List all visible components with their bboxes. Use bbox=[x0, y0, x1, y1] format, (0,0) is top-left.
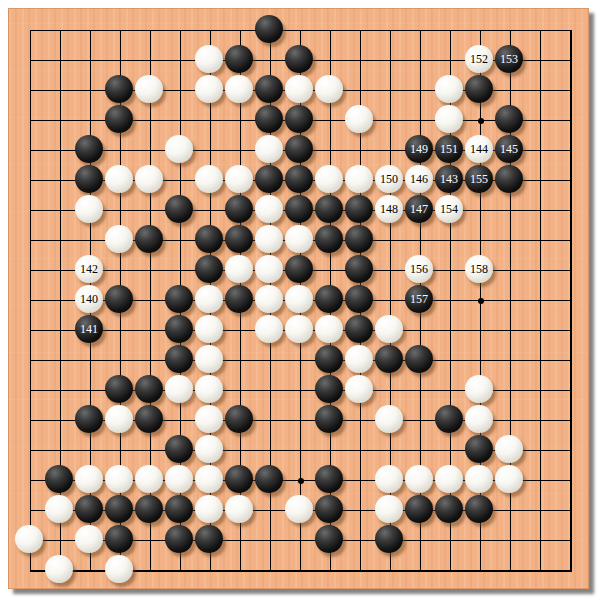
white-stone bbox=[195, 285, 223, 313]
white-stone bbox=[285, 75, 313, 103]
black-stone bbox=[255, 15, 283, 43]
numbered-black-stone: 151 bbox=[435, 135, 463, 163]
black-stone bbox=[225, 45, 253, 73]
black-stone bbox=[345, 225, 373, 253]
move-number: 142 bbox=[80, 262, 98, 276]
white-stone bbox=[285, 225, 313, 253]
black-stone bbox=[45, 465, 73, 493]
black-stone bbox=[195, 255, 223, 283]
black-stone bbox=[375, 525, 403, 553]
white-stone bbox=[195, 405, 223, 433]
black-stone bbox=[465, 75, 493, 103]
white-stone bbox=[255, 285, 283, 313]
white-stone bbox=[75, 195, 103, 223]
black-stone bbox=[345, 285, 373, 313]
black-stone bbox=[345, 315, 373, 343]
move-number: 145 bbox=[500, 142, 518, 156]
white-stone bbox=[225, 165, 253, 193]
black-stone bbox=[315, 345, 343, 373]
black-stone bbox=[285, 255, 313, 283]
numbered-white-stone: 156 bbox=[405, 255, 433, 283]
black-stone bbox=[405, 495, 433, 523]
move-number: 156 bbox=[410, 262, 428, 276]
white-stone bbox=[105, 225, 133, 253]
white-stone bbox=[105, 555, 133, 583]
black-stone bbox=[105, 75, 133, 103]
black-stone bbox=[105, 285, 133, 313]
move-number: 153 bbox=[500, 52, 518, 66]
black-stone bbox=[75, 405, 103, 433]
black-stone bbox=[165, 195, 193, 223]
black-stone bbox=[285, 195, 313, 223]
white-stone bbox=[255, 195, 283, 223]
white-stone bbox=[285, 315, 313, 343]
star-point bbox=[298, 478, 304, 484]
black-stone bbox=[315, 225, 343, 253]
numbered-white-stone: 154 bbox=[435, 195, 463, 223]
white-stone bbox=[225, 255, 253, 283]
numbered-black-stone: 157 bbox=[405, 285, 433, 313]
numbered-black-stone: 155 bbox=[465, 165, 493, 193]
white-stone bbox=[75, 465, 103, 493]
numbered-black-stone: 145 bbox=[495, 135, 523, 163]
white-stone bbox=[345, 165, 373, 193]
white-stone bbox=[195, 345, 223, 373]
white-stone bbox=[435, 75, 463, 103]
star-point bbox=[478, 118, 484, 124]
white-stone bbox=[45, 495, 73, 523]
black-stone bbox=[315, 465, 343, 493]
go-game-screenshot: 1521531491511441451501461431551481471541… bbox=[0, 0, 600, 600]
black-stone bbox=[315, 375, 343, 403]
black-stone bbox=[225, 225, 253, 253]
black-stone bbox=[135, 375, 163, 403]
black-stone bbox=[105, 375, 133, 403]
white-stone bbox=[75, 525, 103, 553]
move-number: 158 bbox=[470, 262, 488, 276]
black-stone bbox=[315, 495, 343, 523]
black-stone bbox=[255, 105, 283, 133]
numbered-white-stone: 150 bbox=[375, 165, 403, 193]
numbered-black-stone: 153 bbox=[495, 45, 523, 73]
move-number: 157 bbox=[410, 292, 428, 306]
white-stone bbox=[195, 435, 223, 463]
black-stone bbox=[165, 345, 193, 373]
white-stone bbox=[105, 405, 133, 433]
move-number: 155 bbox=[470, 172, 488, 186]
move-number: 141 bbox=[80, 322, 98, 336]
white-stone bbox=[435, 465, 463, 493]
white-stone bbox=[135, 75, 163, 103]
black-stone bbox=[315, 525, 343, 553]
white-stone bbox=[375, 315, 403, 343]
white-stone bbox=[15, 525, 43, 553]
numbered-white-stone: 142 bbox=[75, 255, 103, 283]
white-stone bbox=[105, 465, 133, 493]
black-stone bbox=[465, 435, 493, 463]
black-stone bbox=[165, 435, 193, 463]
white-stone bbox=[345, 105, 373, 133]
star-point bbox=[478, 298, 484, 304]
white-stone bbox=[165, 375, 193, 403]
black-stone bbox=[105, 525, 133, 553]
white-stone bbox=[495, 465, 523, 493]
black-stone bbox=[105, 105, 133, 133]
white-stone bbox=[465, 375, 493, 403]
move-number: 148 bbox=[380, 202, 398, 216]
black-stone bbox=[135, 495, 163, 523]
black-stone bbox=[375, 345, 403, 373]
black-stone bbox=[315, 285, 343, 313]
numbered-black-stone: 147 bbox=[405, 195, 433, 223]
black-stone bbox=[285, 45, 313, 73]
black-stone bbox=[405, 345, 433, 373]
white-stone bbox=[315, 165, 343, 193]
white-stone bbox=[315, 75, 343, 103]
white-stone bbox=[315, 315, 343, 343]
numbered-white-stone: 158 bbox=[465, 255, 493, 283]
black-stone bbox=[315, 405, 343, 433]
black-stone bbox=[195, 225, 223, 253]
black-stone bbox=[435, 405, 463, 433]
black-stone bbox=[135, 405, 163, 433]
black-stone bbox=[495, 105, 523, 133]
white-stone bbox=[195, 465, 223, 493]
black-stone bbox=[225, 285, 253, 313]
white-stone bbox=[45, 555, 73, 583]
numbered-white-stone: 152 bbox=[465, 45, 493, 73]
black-stone bbox=[435, 495, 463, 523]
black-stone bbox=[255, 465, 283, 493]
black-stone bbox=[315, 195, 343, 223]
white-stone bbox=[255, 225, 283, 253]
white-stone bbox=[465, 405, 493, 433]
white-stone bbox=[375, 495, 403, 523]
move-number: 147 bbox=[410, 202, 428, 216]
numbered-white-stone: 140 bbox=[75, 285, 103, 313]
white-stone bbox=[195, 165, 223, 193]
black-stone bbox=[285, 105, 313, 133]
white-stone bbox=[255, 255, 283, 283]
black-stone bbox=[255, 165, 283, 193]
white-stone bbox=[345, 375, 373, 403]
numbered-black-stone: 141 bbox=[75, 315, 103, 343]
white-stone bbox=[285, 495, 313, 523]
black-stone bbox=[135, 225, 163, 253]
white-stone bbox=[195, 315, 223, 343]
move-number: 140 bbox=[80, 292, 98, 306]
white-stone bbox=[135, 465, 163, 493]
black-stone bbox=[285, 135, 313, 163]
move-number: 146 bbox=[410, 172, 428, 186]
white-stone bbox=[105, 165, 133, 193]
white-stone bbox=[435, 105, 463, 133]
black-stone bbox=[345, 255, 373, 283]
black-stone bbox=[225, 195, 253, 223]
black-stone bbox=[495, 165, 523, 193]
white-stone bbox=[255, 135, 283, 163]
black-stone bbox=[255, 75, 283, 103]
black-stone bbox=[165, 285, 193, 313]
move-number: 154 bbox=[440, 202, 458, 216]
move-number: 152 bbox=[470, 52, 488, 66]
numbered-white-stone: 148 bbox=[375, 195, 403, 223]
move-number: 143 bbox=[440, 172, 458, 186]
black-stone bbox=[75, 495, 103, 523]
go-board[interactable]: 1521531491511441451501461431551481471541… bbox=[8, 8, 589, 589]
move-number: 150 bbox=[380, 172, 398, 186]
black-stone bbox=[75, 165, 103, 193]
white-stone bbox=[225, 75, 253, 103]
black-stone bbox=[165, 495, 193, 523]
black-stone bbox=[195, 525, 223, 553]
white-stone bbox=[195, 45, 223, 73]
white-stone bbox=[465, 465, 493, 493]
white-stone bbox=[165, 135, 193, 163]
white-stone bbox=[375, 465, 403, 493]
black-stone bbox=[465, 495, 493, 523]
white-stone bbox=[285, 285, 313, 313]
white-stone bbox=[255, 315, 283, 343]
numbered-black-stone: 149 bbox=[405, 135, 433, 163]
numbered-black-stone: 143 bbox=[435, 165, 463, 193]
white-stone bbox=[225, 495, 253, 523]
numbered-white-stone: 146 bbox=[405, 165, 433, 193]
black-stone bbox=[345, 195, 373, 223]
black-stone bbox=[225, 405, 253, 433]
white-stone bbox=[195, 75, 223, 103]
white-stone bbox=[375, 405, 403, 433]
move-number: 149 bbox=[410, 142, 428, 156]
white-stone bbox=[135, 165, 163, 193]
black-stone bbox=[105, 495, 133, 523]
black-stone bbox=[285, 165, 313, 193]
black-stone bbox=[225, 465, 253, 493]
white-stone bbox=[405, 465, 433, 493]
numbered-white-stone: 144 bbox=[465, 135, 493, 163]
white-stone bbox=[165, 465, 193, 493]
black-stone bbox=[75, 135, 103, 163]
black-stone bbox=[165, 315, 193, 343]
white-stone bbox=[195, 375, 223, 403]
white-stone bbox=[345, 345, 373, 373]
white-stone bbox=[195, 495, 223, 523]
move-number: 151 bbox=[440, 142, 458, 156]
move-number: 144 bbox=[470, 142, 488, 156]
black-stone bbox=[165, 525, 193, 553]
white-stone bbox=[495, 435, 523, 463]
